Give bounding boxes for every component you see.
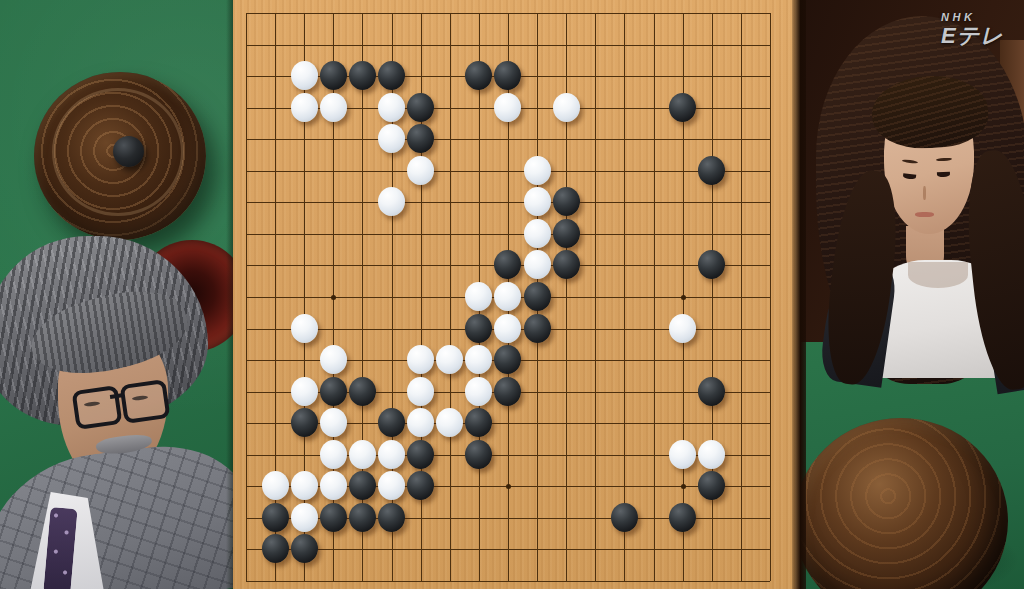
black-stone: [669, 93, 696, 122]
white-stone: [524, 250, 551, 279]
black-stone: [407, 440, 434, 469]
white-stone: [291, 93, 318, 122]
grid-line-vertical: [595, 13, 596, 581]
channel-logo-etele: Eテレ: [941, 25, 1015, 47]
white-stone: [494, 93, 521, 122]
star-point: [681, 295, 686, 300]
grid-line-vertical: [770, 13, 771, 581]
player-mouth: [915, 212, 934, 217]
black-stone: [291, 408, 318, 437]
white-stone: [349, 440, 376, 469]
white-stone: [698, 440, 725, 469]
white-stone: [262, 471, 289, 500]
white-stone: [291, 61, 318, 90]
white-stone: [436, 345, 463, 374]
white-stone: [291, 377, 318, 406]
board-edge-shadow: [226, 0, 233, 589]
black-stone: [349, 377, 376, 406]
go-board: [233, 0, 800, 589]
black-stone: [320, 61, 347, 90]
black-stone: [553, 187, 580, 216]
white-stone: [320, 471, 347, 500]
white-stone: [378, 471, 405, 500]
black-stone: [465, 61, 492, 90]
black-stone: [407, 471, 434, 500]
channel-logo: NHK Eテレ: [941, 12, 1015, 47]
black-stone: [698, 156, 725, 185]
black-stone-on-lid: [113, 136, 144, 167]
star-point: [506, 484, 511, 489]
black-stone: [553, 250, 580, 279]
board-edge-shadow: [792, 0, 806, 589]
white-stone: [407, 345, 434, 374]
black-stone: [524, 314, 551, 343]
black-stone: [291, 534, 318, 563]
star-point: [331, 295, 336, 300]
black-stone: [553, 219, 580, 248]
black-stone: [611, 503, 638, 532]
white-stone: [407, 377, 434, 406]
black-stone: [262, 534, 289, 563]
white-stone: [320, 408, 347, 437]
grid-line-vertical: [741, 13, 742, 581]
channel-logo-nhk: NHK: [941, 12, 1015, 23]
black-stone: [349, 503, 376, 532]
black-stone: [378, 503, 405, 532]
black-stone: [407, 93, 434, 122]
black-stone: [494, 345, 521, 374]
grid-line-vertical: [624, 13, 625, 581]
grid-line-horizontal: [246, 581, 770, 582]
white-stone: [465, 345, 492, 374]
black-stone: [698, 250, 725, 279]
white-stone: [320, 345, 347, 374]
black-stone: [465, 440, 492, 469]
white-stone: [291, 471, 318, 500]
white-stone: [465, 377, 492, 406]
white-stone: [553, 93, 580, 122]
white-stone: [494, 282, 521, 311]
white-stone: [407, 156, 434, 185]
black-stone: [494, 61, 521, 90]
star-point: [681, 484, 686, 489]
white-stone: [378, 93, 405, 122]
black-stone: [320, 377, 347, 406]
white-stone: [669, 314, 696, 343]
white-stone: [407, 408, 434, 437]
white-stone: [524, 156, 551, 185]
black-stone: [698, 471, 725, 500]
white-stone: [494, 314, 521, 343]
black-stone: [669, 503, 696, 532]
white-stone: [291, 503, 318, 532]
white-stone: [378, 124, 405, 153]
white-stone: [524, 187, 551, 216]
grid-line-vertical: [654, 13, 655, 581]
white-stone: [524, 219, 551, 248]
player-nose: [923, 186, 926, 200]
white-stone: [320, 440, 347, 469]
black-stone: [349, 471, 376, 500]
black-stone: [407, 124, 434, 153]
glasses-lens: [72, 385, 123, 430]
white-stone: [320, 93, 347, 122]
white-stone: [669, 440, 696, 469]
black-stone: [262, 503, 289, 532]
glasses-lens: [120, 379, 171, 424]
white-stone: [291, 314, 318, 343]
white-stone: [378, 187, 405, 216]
black-stone: [320, 503, 347, 532]
grid-line-horizontal: [246, 549, 770, 550]
white-stone: [436, 408, 463, 437]
black-stone: [698, 377, 725, 406]
black-stone: [378, 61, 405, 90]
white-stone: [465, 282, 492, 311]
black-stone: [378, 408, 405, 437]
black-stone: [465, 314, 492, 343]
black-stone: [349, 61, 376, 90]
black-stone: [465, 408, 492, 437]
black-stone: [494, 250, 521, 279]
black-stone: [494, 377, 521, 406]
black-stone: [524, 282, 551, 311]
white-stone: [378, 440, 405, 469]
